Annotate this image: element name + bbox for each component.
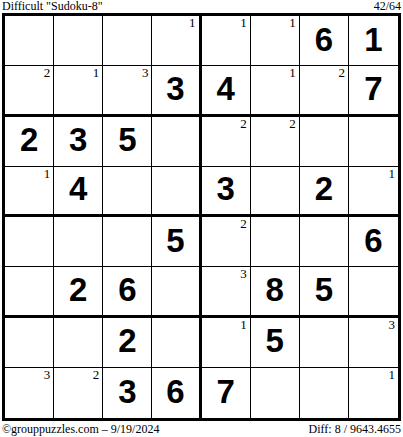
corner-mark: 2 [93,368,100,382]
corner-mark: 1 [240,318,247,332]
cell-r3c8[interactable] [349,117,398,167]
cell-r2c3[interactable]: 3 [103,66,152,116]
cell-r7c7[interactable] [300,318,349,368]
given-digit: 6 [103,267,151,314]
cell-r2c4[interactable]: 3 [152,66,201,116]
cell-r1c8[interactable]: 1 [349,16,398,66]
cell-r1c3[interactable] [103,16,152,66]
cell-r1c1[interactable] [5,16,54,66]
puzzle-page: Difficult "Sudoku-8" 42/64 1116121334127… [0,0,403,437]
given-digit: 3 [202,167,250,214]
given-digit: 4 [202,66,250,113]
cell-r4c3[interactable] [103,167,152,217]
cell-r1c6[interactable]: 1 [251,16,300,66]
given-digit: 3 [54,117,102,166]
given-digit: 5 [103,117,151,166]
copyright-date: ©grouppuzzles.com – 9/19/2024 [2,422,159,437]
cell-r5c7[interactable] [300,217,349,267]
given-digit: 2 [300,167,348,214]
cell-r3c4[interactable] [152,117,201,167]
given-digit: 5 [300,267,348,314]
cell-r4c1[interactable]: 1 [5,167,54,217]
cell-r4c5[interactable]: 3 [202,167,251,217]
corner-mark: 1 [189,16,196,30]
cell-r6c7[interactable]: 5 [300,267,349,317]
cell-r4c6[interactable] [251,167,300,217]
corner-mark: 1 [240,16,247,30]
cell-r3c3[interactable]: 5 [103,117,152,167]
given-digit: 6 [349,217,398,266]
given-digit: 5 [152,217,198,266]
cell-r3c1[interactable]: 2 [5,117,54,167]
cell-r7c3[interactable]: 2 [103,318,152,368]
cell-r2c2[interactable]: 1 [54,66,103,116]
given-digit: 3 [152,66,198,113]
cell-r5c3[interactable] [103,217,152,267]
puzzle-counter: 42/64 [374,0,401,14]
cell-r6c4[interactable] [152,267,201,317]
given-digit: 2 [5,117,53,166]
cell-r5c5[interactable]: 2 [202,217,251,267]
cell-r8c3[interactable]: 3 [103,368,152,418]
corner-mark: 2 [240,217,247,231]
cell-r4c8[interactable]: 1 [349,167,398,217]
cell-r5c1[interactable] [5,217,54,267]
cell-r7c2[interactable] [54,318,103,368]
cell-r3c2[interactable]: 3 [54,117,103,167]
cell-r1c7[interactable]: 6 [300,16,349,66]
corner-mark: 1 [44,167,51,181]
cell-r6c3[interactable]: 6 [103,267,152,317]
given-digit: 6 [300,16,348,65]
given-digit: 8 [251,267,299,314]
cell-r5c4[interactable]: 5 [152,217,201,267]
cell-r5c8[interactable]: 6 [349,217,398,267]
cell-r8c2[interactable]: 2 [54,368,103,418]
cell-r6c6[interactable]: 8 [251,267,300,317]
difficulty-rating: Diff: 8 / 9643.4655 [309,422,401,437]
cell-r7c5[interactable]: 1 [202,318,251,368]
cell-r8c5[interactable]: 7 [202,368,251,418]
given-digit: 4 [54,167,102,214]
cell-r3c6[interactable]: 2 [251,117,300,167]
cell-r4c4[interactable] [152,167,201,217]
corner-mark: 1 [289,66,296,80]
cell-r7c4[interactable] [152,318,201,368]
corner-mark: 3 [142,66,149,80]
corner-mark: 2 [289,117,296,131]
corner-mark: 1 [389,368,396,382]
given-digit: 2 [103,318,151,367]
cell-r8c7[interactable] [300,368,349,418]
cell-r5c6[interactable] [251,217,300,267]
cell-r7c8[interactable]: 3 [349,318,398,368]
cell-r8c4[interactable]: 6 [152,368,201,418]
corner-mark: 2 [338,66,345,80]
given-digit: 5 [251,318,299,367]
cell-r6c5[interactable]: 3 [202,267,251,317]
given-digit: 2 [54,267,102,314]
cell-r8c6[interactable] [251,368,300,418]
sudoku-board: 1116121334127235221432152626385215332367… [2,13,401,421]
cell-r6c8[interactable] [349,267,398,317]
cell-r5c2[interactable] [54,217,103,267]
corner-mark: 2 [44,66,51,80]
cell-r4c2[interactable]: 4 [54,167,103,217]
puzzle-title: Difficult "Sudoku-8" [2,0,103,14]
given-digit: 6 [152,368,198,418]
cell-r1c5[interactable]: 1 [202,16,251,66]
cell-r3c5[interactable]: 2 [202,117,251,167]
given-digit: 3 [103,368,151,418]
corner-mark: 3 [44,368,51,382]
cell-r6c1[interactable] [5,267,54,317]
cell-r2c6[interactable]: 1 [251,66,300,116]
given-digit: 7 [349,66,398,113]
corner-mark: 1 [289,16,296,30]
corner-mark: 3 [389,318,396,332]
cell-r2c8[interactable]: 7 [349,66,398,116]
cell-r1c2[interactable] [54,16,103,66]
given-digit: 7 [202,368,250,418]
cell-r2c7[interactable]: 2 [300,66,349,116]
cell-r7c6[interactable]: 5 [251,318,300,368]
cell-r3c7[interactable] [300,117,349,167]
cell-r7c1[interactable] [5,318,54,368]
cell-r1c4[interactable]: 1 [152,16,201,66]
cell-r6c2[interactable]: 2 [54,267,103,317]
cell-r8c8[interactable]: 1 [349,368,398,418]
cell-r4c7[interactable]: 2 [300,167,349,217]
cell-r8c1[interactable]: 3 [5,368,54,418]
corner-mark: 3 [240,267,247,281]
given-digit: 1 [349,16,398,65]
cell-r2c1[interactable]: 2 [5,66,54,116]
cell-r2c5[interactable]: 4 [202,66,251,116]
corner-mark: 1 [389,167,396,181]
corner-mark: 2 [240,117,247,131]
corner-mark: 1 [93,66,100,80]
